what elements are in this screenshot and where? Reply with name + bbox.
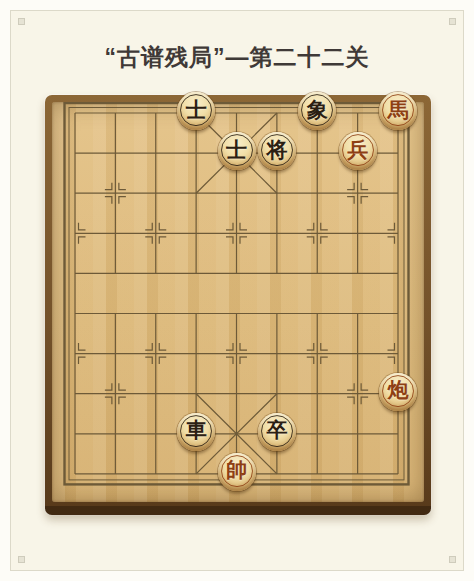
piece-black-elephant[interactable]: 象 — [298, 92, 336, 130]
piece-character: 将 — [266, 140, 287, 161]
piece-red-cannon[interactable]: 炮 — [379, 373, 417, 411]
panel-corner-mark — [18, 556, 25, 563]
piece-red-horse[interactable]: 馬 — [379, 92, 417, 130]
xiangqi-board[interactable]: 士象馬士将兵炮車卒帥 — [45, 95, 431, 515]
piece-character: 象 — [307, 100, 328, 121]
piece-black-advisor[interactable]: 士 — [177, 92, 215, 130]
piece-character: 帥 — [226, 460, 247, 481]
page-title: “古谱残局”—第二十二关 — [0, 42, 474, 72]
panel-corner-mark — [449, 556, 456, 563]
panel-corner-mark — [18, 18, 25, 25]
piece-black-general[interactable]: 将 — [258, 132, 296, 170]
piece-red-general[interactable]: 帥 — [218, 453, 256, 491]
piece-black-soldier[interactable]: 卒 — [258, 413, 296, 451]
piece-character: 士 — [226, 140, 247, 161]
piece-character: 馬 — [388, 100, 409, 121]
piece-character: 車 — [186, 420, 207, 441]
piece-character: 卒 — [266, 420, 287, 441]
piece-red-soldier[interactable]: 兵 — [339, 132, 377, 170]
panel-corner-mark — [449, 18, 456, 25]
piece-character: 士 — [186, 100, 207, 121]
piece-black-chariot[interactable]: 車 — [177, 413, 215, 451]
piece-black-advisor[interactable]: 士 — [218, 132, 256, 170]
piece-character: 兵 — [347, 140, 368, 161]
piece-character: 炮 — [388, 380, 409, 401]
